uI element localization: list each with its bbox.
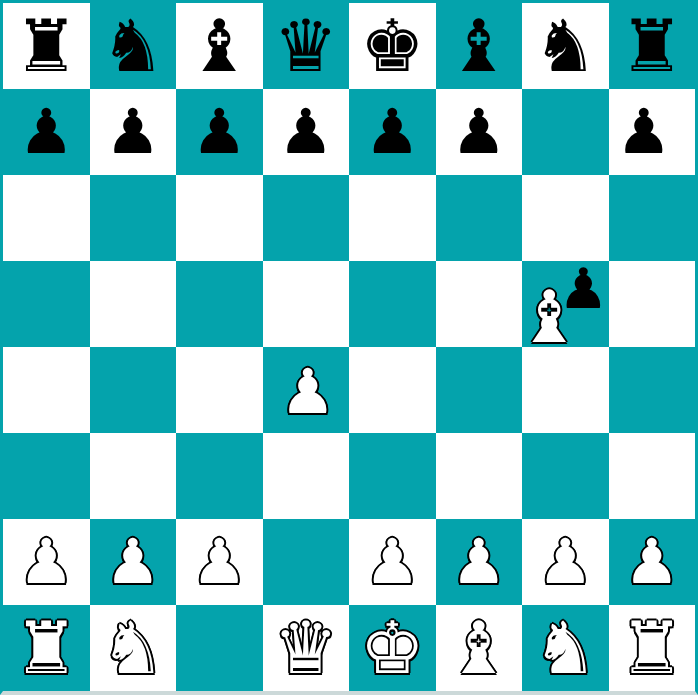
square-a7[interactable]: ♟ <box>3 89 90 175</box>
white-pawn-g2[interactable]: ♟ <box>537 531 593 593</box>
square-b5[interactable] <box>90 261 177 347</box>
white-king-e1[interactable]: ♚ <box>360 612 425 684</box>
square-h3[interactable] <box>609 433 696 519</box>
black-knight-g8[interactable]: ♞ <box>533 10 598 82</box>
square-c3[interactable] <box>176 433 263 519</box>
square-b4[interactable] <box>90 347 177 433</box>
square-f3[interactable] <box>436 433 523 519</box>
square-e3[interactable] <box>349 433 436 519</box>
square-a2[interactable]: ♟ <box>3 519 90 605</box>
square-d3[interactable] <box>263 433 350 519</box>
square-c8[interactable]: ♝ <box>176 3 263 89</box>
black-pawn-a7[interactable]: ♟ <box>18 101 74 163</box>
square-b8[interactable]: ♞ <box>90 3 177 89</box>
black-rook-h8[interactable]: ♜ <box>619 10 684 82</box>
square-d7[interactable]: ♟ <box>263 89 350 175</box>
black-bishop-f8[interactable]: ♝ <box>446 10 511 82</box>
square-g3[interactable] <box>522 433 609 519</box>
white-rook-a1[interactable]: ♜ <box>14 612 79 684</box>
square-h2[interactable]: ♟ <box>609 519 696 605</box>
white-pawn-f2[interactable]: ♟ <box>451 531 507 593</box>
square-c7[interactable]: ♟ <box>176 89 263 175</box>
square-e6[interactable] <box>349 175 436 261</box>
square-b7[interactable]: ♟ <box>90 89 177 175</box>
square-c1[interactable] <box>176 605 263 691</box>
square-e5[interactable] <box>349 261 436 347</box>
square-c2[interactable]: ♟ <box>176 519 263 605</box>
square-g2[interactable]: ♟ <box>522 519 609 605</box>
square-d5[interactable] <box>263 261 350 347</box>
square-e8[interactable]: ♚ <box>349 3 436 89</box>
white-pawn-e2[interactable]: ♟ <box>364 531 420 593</box>
square-h1[interactable]: ♜ <box>609 605 696 691</box>
square-f8[interactable]: ♝ <box>436 3 523 89</box>
square-b6[interactable] <box>90 175 177 261</box>
square-h4[interactable] <box>609 347 696 433</box>
black-pawn-f7[interactable]: ♟ <box>451 101 507 163</box>
white-pawn-b2[interactable]: ♟ <box>105 531 161 593</box>
black-knight-b8[interactable]: ♞ <box>100 10 165 82</box>
square-f7[interactable]: ♟ <box>436 89 523 175</box>
black-bishop-c8[interactable]: ♝ <box>187 10 252 82</box>
square-c6[interactable] <box>176 175 263 261</box>
square-b3[interactable] <box>90 433 177 519</box>
square-a8[interactable]: ♜ <box>3 3 90 89</box>
square-g7[interactable] <box>522 89 609 175</box>
square-c4[interactable] <box>176 347 263 433</box>
white-pawn-h2[interactable]: ♟ <box>624 531 680 593</box>
square-e7[interactable]: ♟ <box>349 89 436 175</box>
square-e4[interactable] <box>349 347 436 433</box>
square-g4[interactable] <box>522 347 609 433</box>
square-h7[interactable]: ♟ <box>609 89 696 175</box>
square-d2[interactable] <box>263 519 350 605</box>
black-pawn-b7[interactable]: ♟ <box>105 101 161 163</box>
square-f1[interactable]: ♝ <box>436 605 523 691</box>
square-b2[interactable]: ♟ <box>90 519 177 605</box>
black-pawn-c7[interactable]: ♟ <box>191 101 247 163</box>
square-c5[interactable] <box>176 261 263 347</box>
board-container: ♜♞♝♛♚♝♞♜♟♟♟♟♟♟♟♟♝♟♟♟♟♟♟♟♟♜♞♛♚♝♞♜ <box>0 0 698 695</box>
square-a3[interactable] <box>3 433 90 519</box>
white-pawn-d4[interactable]: ♟ <box>280 361 336 423</box>
square-a6[interactable] <box>3 175 90 261</box>
square-f6[interactable] <box>436 175 523 261</box>
square-d6[interactable] <box>263 175 350 261</box>
square-d1[interactable]: ♛ <box>263 605 350 691</box>
square-g5[interactable]: ♟♝ <box>522 261 609 347</box>
black-queen-d8[interactable]: ♛ <box>273 10 338 82</box>
white-pawn-a2[interactable]: ♟ <box>18 531 74 593</box>
square-f2[interactable]: ♟ <box>436 519 523 605</box>
square-g8[interactable]: ♞ <box>522 3 609 89</box>
square-e1[interactable]: ♚ <box>349 605 436 691</box>
square-f4[interactable] <box>436 347 523 433</box>
black-pawn-d7[interactable]: ♟ <box>278 101 334 163</box>
square-h6[interactable] <box>609 175 696 261</box>
square-e2[interactable]: ♟ <box>349 519 436 605</box>
white-knight-g1[interactable]: ♞ <box>533 612 598 684</box>
black-pawn-h7[interactable]: ♟ <box>616 101 672 163</box>
square-a5[interactable] <box>3 261 90 347</box>
square-d8[interactable]: ♛ <box>263 3 350 89</box>
square-a1[interactable]: ♜ <box>3 605 90 691</box>
white-bishop-f1[interactable]: ♝ <box>446 612 511 684</box>
black-rook-a8[interactable]: ♜ <box>14 10 79 82</box>
white-queen-d1[interactable]: ♛ <box>273 612 338 684</box>
square-f5[interactable] <box>436 261 523 347</box>
white-pawn-c2[interactable]: ♟ <box>191 531 247 593</box>
square-h8[interactable]: ♜ <box>609 3 696 89</box>
white-bishop-g5[interactable]: ♝ <box>517 281 582 353</box>
square-h5[interactable] <box>609 261 696 347</box>
white-knight-b1[interactable]: ♞ <box>100 612 165 684</box>
black-pawn-e7[interactable]: ♟ <box>364 101 420 163</box>
square-a4[interactable] <box>3 347 90 433</box>
square-g1[interactable]: ♞ <box>522 605 609 691</box>
white-rook-h1[interactable]: ♜ <box>619 612 684 684</box>
square-b1[interactable]: ♞ <box>90 605 177 691</box>
black-king-e8[interactable]: ♚ <box>360 10 425 82</box>
square-g6[interactable] <box>522 175 609 261</box>
chess-board: ♜♞♝♛♚♝♞♜♟♟♟♟♟♟♟♟♝♟♟♟♟♟♟♟♟♜♞♛♚♝♞♜ <box>3 3 695 691</box>
square-d4[interactable]: ♟ <box>263 347 350 433</box>
